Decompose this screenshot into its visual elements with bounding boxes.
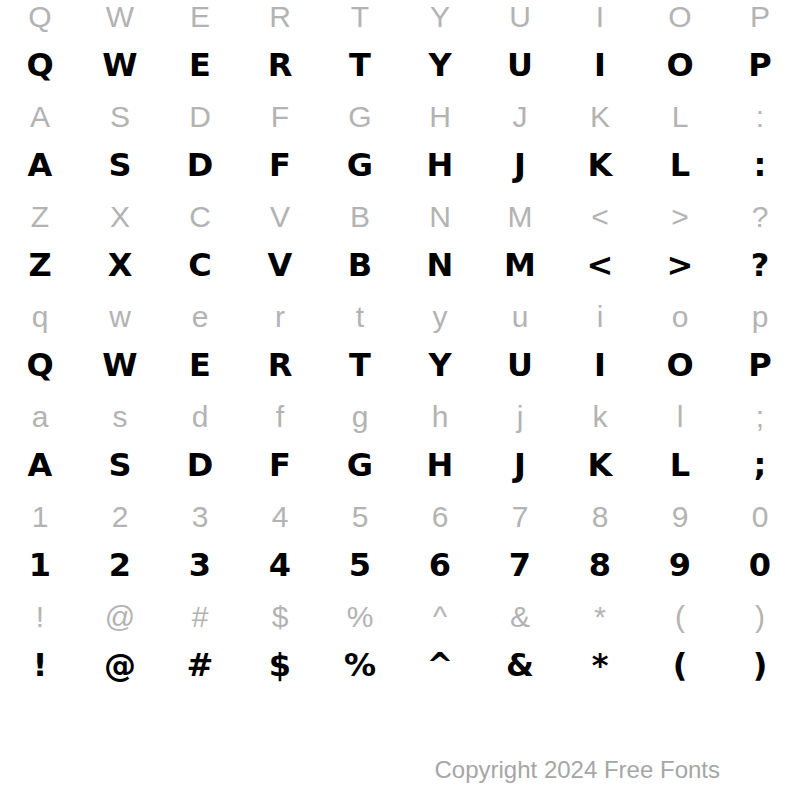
specimen-glyph: R xyxy=(240,40,320,90)
specimen-glyph: K xyxy=(560,140,640,190)
reference-glyph: S xyxy=(80,92,160,142)
specimen-glyph: E xyxy=(160,340,240,390)
specimen-glyph: > xyxy=(640,240,720,290)
specimen-glyph: ^ xyxy=(400,640,480,690)
specimen-glyph: P xyxy=(720,340,800,390)
reference-glyph: 2 xyxy=(80,492,160,542)
copyright-text: Copyright 2024 Free Fonts xyxy=(435,756,720,784)
specimen-glyph: C xyxy=(160,240,240,290)
specimen-glyph: R xyxy=(240,340,320,390)
reference-glyph: 4 xyxy=(240,492,320,542)
specimen-glyph: 5 xyxy=(320,540,400,590)
specimen-glyph: T xyxy=(320,340,400,390)
specimen-glyph: Q xyxy=(0,340,80,390)
specimen-glyph: W xyxy=(80,40,160,90)
specimen-glyph: U xyxy=(480,340,560,390)
reference-glyph: 7 xyxy=(480,492,560,542)
reference-glyph: i xyxy=(560,292,640,342)
specimen-glyph-row: !@#$%^&*() xyxy=(0,650,800,700)
specimen-glyph: 6 xyxy=(400,540,480,590)
specimen-glyph: H xyxy=(400,140,480,190)
specimen-glyph: < xyxy=(560,240,640,290)
reference-glyph: # xyxy=(160,592,240,642)
specimen-glyph: Q xyxy=(0,40,80,90)
specimen-glyph: S xyxy=(80,440,160,490)
reference-glyph: K xyxy=(560,92,640,142)
specimen-glyph: 2 xyxy=(80,540,160,590)
reference-glyph: O xyxy=(640,0,720,42)
reference-glyph: L xyxy=(640,92,720,142)
specimen-glyph: & xyxy=(480,640,560,690)
specimen-glyph: G xyxy=(320,140,400,190)
specimen-glyph: V xyxy=(240,240,320,290)
specimen-glyph: * xyxy=(560,640,640,690)
reference-glyph: J xyxy=(480,92,560,142)
specimen-glyph: T xyxy=(320,40,400,90)
reference-glyph: * xyxy=(560,592,640,642)
specimen-glyph: ? xyxy=(720,240,800,290)
specimen-glyph: $ xyxy=(240,640,320,690)
specimen-glyph: Y xyxy=(400,340,480,390)
reference-glyph: ; xyxy=(720,392,800,442)
specimen-glyph: # xyxy=(160,640,240,690)
reference-glyph: q xyxy=(0,292,80,342)
specimen-glyph: Z xyxy=(0,240,80,290)
specimen-glyph: K xyxy=(560,440,640,490)
specimen-glyph: M xyxy=(480,240,560,290)
reference-glyph: s xyxy=(80,392,160,442)
reference-glyph: 9 xyxy=(640,492,720,542)
reference-glyph: U xyxy=(480,0,560,42)
specimen-glyph: B xyxy=(320,240,400,290)
reference-glyph: ! xyxy=(0,592,80,642)
reference-glyph: B xyxy=(320,192,400,242)
specimen-glyph: W xyxy=(80,340,160,390)
reference-glyph: Z xyxy=(0,192,80,242)
reference-glyph: Q xyxy=(0,0,80,42)
reference-glyph: j xyxy=(480,392,560,442)
reference-glyph: T xyxy=(320,0,400,42)
reference-glyph: d xyxy=(160,392,240,442)
specimen-glyph: A xyxy=(0,140,80,190)
reference-glyph: C xyxy=(160,192,240,242)
reference-glyph: $ xyxy=(240,592,320,642)
reference-glyph: u xyxy=(480,292,560,342)
specimen-glyph: % xyxy=(320,640,400,690)
specimen-glyph: H xyxy=(400,440,480,490)
specimen-glyph: 9 xyxy=(640,540,720,590)
reference-glyph: ^ xyxy=(400,592,480,642)
reference-glyph: M xyxy=(480,192,560,242)
reference-glyph: ) xyxy=(720,592,800,642)
character-map-grid: QWERTYUIOPQWERTYUIOPASDFGHJKL:ASDFGHJKL:… xyxy=(0,0,800,700)
reference-glyph: 1 xyxy=(0,492,80,542)
reference-glyph: P xyxy=(720,0,800,42)
reference-glyph: 5 xyxy=(320,492,400,542)
reference-glyph: D xyxy=(160,92,240,142)
reference-glyph: k xyxy=(560,392,640,442)
reference-glyph: F xyxy=(240,92,320,142)
specimen-glyph: I xyxy=(560,340,640,390)
specimen-glyph: 3 xyxy=(160,540,240,590)
specimen-glyph: F xyxy=(240,140,320,190)
reference-glyph: ? xyxy=(720,192,800,242)
specimen-glyph: L xyxy=(640,140,720,190)
specimen-glyph: F xyxy=(240,440,320,490)
reference-glyph: 6 xyxy=(400,492,480,542)
specimen-glyph: Y xyxy=(400,40,480,90)
reference-glyph: V xyxy=(240,192,320,242)
reference-glyph: H xyxy=(400,92,480,142)
specimen-glyph: @ xyxy=(80,640,160,690)
reference-glyph: g xyxy=(320,392,400,442)
reference-glyph: t xyxy=(320,292,400,342)
reference-glyph: : xyxy=(720,92,800,142)
specimen-glyph: ! xyxy=(0,640,80,690)
specimen-glyph: ( xyxy=(640,640,720,690)
reference-glyph: & xyxy=(480,592,560,642)
reference-glyph: > xyxy=(640,192,720,242)
specimen-glyph: S xyxy=(80,140,160,190)
reference-glyph: Y xyxy=(400,0,480,42)
specimen-glyph: D xyxy=(160,140,240,190)
specimen-glyph: 1 xyxy=(0,540,80,590)
reference-glyph: e xyxy=(160,292,240,342)
reference-glyph: G xyxy=(320,92,400,142)
reference-glyph: X xyxy=(80,192,160,242)
specimen-glyph: : xyxy=(720,140,800,190)
reference-glyph: h xyxy=(400,392,480,442)
reference-glyph: A xyxy=(0,92,80,142)
reference-glyph: % xyxy=(320,592,400,642)
specimen-glyph: ) xyxy=(720,640,800,690)
reference-glyph: a xyxy=(0,392,80,442)
specimen-glyph: X xyxy=(80,240,160,290)
specimen-glyph: D xyxy=(160,440,240,490)
reference-glyph: < xyxy=(560,192,640,242)
reference-glyph: l xyxy=(640,392,720,442)
specimen-glyph: J xyxy=(480,140,560,190)
specimen-glyph: 4 xyxy=(240,540,320,590)
specimen-glyph: 8 xyxy=(560,540,640,590)
reference-glyph: o xyxy=(640,292,720,342)
reference-glyph: r xyxy=(240,292,320,342)
reference-glyph: R xyxy=(240,0,320,42)
reference-glyph: p xyxy=(720,292,800,342)
reference-glyph: 3 xyxy=(160,492,240,542)
specimen-glyph: G xyxy=(320,440,400,490)
specimen-glyph: O xyxy=(640,340,720,390)
reference-glyph: I xyxy=(560,0,640,42)
reference-glyph: y xyxy=(400,292,480,342)
specimen-glyph: E xyxy=(160,40,240,90)
specimen-glyph: 7 xyxy=(480,540,560,590)
specimen-glyph: ; xyxy=(720,440,800,490)
reference-glyph: ( xyxy=(640,592,720,642)
reference-glyph: E xyxy=(160,0,240,42)
specimen-glyph: U xyxy=(480,40,560,90)
reference-glyph: W xyxy=(80,0,160,42)
reference-glyph: 0 xyxy=(720,492,800,542)
reference-glyph: 8 xyxy=(560,492,640,542)
specimen-glyph: L xyxy=(640,440,720,490)
reference-glyph: N xyxy=(400,192,480,242)
specimen-glyph: I xyxy=(560,40,640,90)
reference-glyph: w xyxy=(80,292,160,342)
specimen-glyph: P xyxy=(720,40,800,90)
reference-glyph: f xyxy=(240,392,320,442)
specimen-glyph: 0 xyxy=(720,540,800,590)
specimen-glyph: N xyxy=(400,240,480,290)
reference-glyph: @ xyxy=(80,592,160,642)
specimen-glyph: A xyxy=(0,440,80,490)
specimen-glyph: J xyxy=(480,440,560,490)
specimen-glyph: O xyxy=(640,40,720,90)
